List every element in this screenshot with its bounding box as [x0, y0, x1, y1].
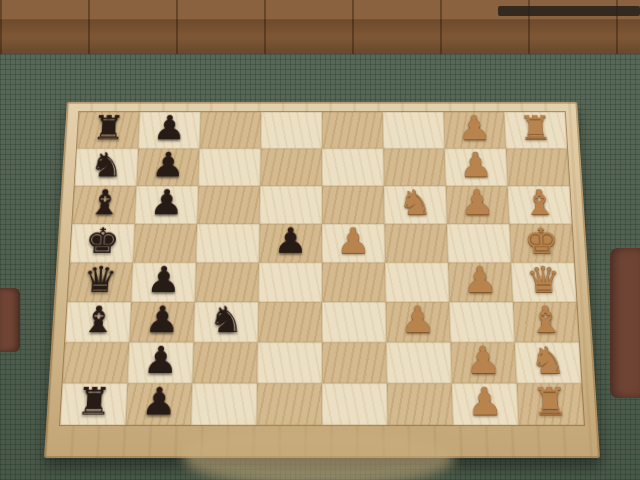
black-pawn[interactable]: ♟	[273, 223, 307, 258]
square-e3[interactable]	[384, 224, 448, 263]
black-pawn[interactable]: ♟	[152, 111, 186, 144]
black-pawn[interactable]: ♟	[151, 148, 186, 182]
black-king[interactable]: ♚	[85, 223, 121, 258]
white-queen[interactable]: ♛	[525, 262, 561, 298]
square-g6[interactable]	[198, 149, 260, 186]
square-c7[interactable]: ♟	[129, 302, 194, 342]
square-h8[interactable]: ♜	[77, 112, 140, 149]
square-b6[interactable]	[192, 342, 257, 383]
square-f6[interactable]	[197, 186, 260, 224]
black-pawn[interactable]: ♟	[149, 185, 184, 220]
square-g4[interactable]	[322, 149, 384, 186]
chess-board-frame: ♜♟♟♜♞♟♟♝♟♞♟♝♚♟♟♚♛♟♟♛♝♟♞♟♝♟♟♞♜♟♟♜	[44, 102, 600, 458]
square-e2[interactable]	[447, 224, 511, 263]
table-edge-shadow	[498, 6, 640, 16]
black-bishop[interactable]: ♝	[87, 185, 123, 220]
square-c8[interactable]: ♝	[65, 302, 131, 342]
white-bishop[interactable]: ♝	[527, 301, 564, 338]
square-d4[interactable]	[322, 263, 386, 302]
square-a4[interactable]	[322, 383, 387, 425]
square-h5[interactable]	[261, 112, 322, 149]
white-pawn[interactable]: ♟	[462, 262, 498, 298]
square-b1[interactable]: ♞	[515, 342, 582, 383]
square-h3[interactable]	[383, 112, 445, 149]
white-bishop[interactable]: ♝	[522, 185, 558, 220]
square-b8[interactable]	[63, 342, 130, 383]
square-c5[interactable]	[258, 302, 322, 342]
black-rook[interactable]: ♜	[91, 111, 126, 144]
white-pawn[interactable]: ♟	[459, 148, 494, 182]
black-pawn[interactable]: ♟	[146, 262, 182, 298]
square-a1[interactable]: ♜	[517, 383, 584, 425]
square-a3[interactable]	[387, 383, 453, 425]
white-pawn[interactable]: ♟	[457, 111, 491, 144]
square-h2[interactable]: ♟	[443, 112, 505, 149]
square-f2[interactable]: ♟	[446, 186, 510, 224]
square-d6[interactable]	[195, 263, 259, 302]
black-pawn[interactable]: ♟	[144, 301, 180, 338]
white-rook[interactable]: ♜	[518, 111, 553, 144]
square-f1[interactable]: ♝	[508, 186, 572, 224]
white-pawn[interactable]: ♟	[465, 341, 501, 378]
black-pawn[interactable]: ♟	[141, 382, 178, 420]
white-pawn[interactable]: ♟	[400, 301, 436, 338]
square-h4[interactable]	[322, 112, 383, 149]
square-f4[interactable]	[322, 186, 384, 224]
square-b7[interactable]: ♟	[127, 342, 193, 383]
black-queen[interactable]: ♛	[82, 262, 118, 298]
square-e7[interactable]	[133, 224, 197, 263]
square-g2[interactable]: ♟	[445, 149, 508, 186]
square-e4[interactable]: ♟	[322, 224, 385, 263]
square-b4[interactable]	[322, 342, 387, 383]
square-c3[interactable]: ♟	[386, 302, 451, 342]
square-f5[interactable]	[260, 186, 322, 224]
square-h6[interactable]	[199, 112, 261, 149]
square-h7[interactable]: ♟	[138, 112, 200, 149]
square-d2[interactable]: ♟	[448, 263, 513, 302]
square-c4[interactable]	[322, 302, 386, 342]
square-a6[interactable]	[191, 383, 257, 425]
black-bishop[interactable]: ♝	[80, 301, 117, 338]
white-pawn[interactable]: ♟	[460, 185, 495, 220]
square-f3[interactable]: ♞	[384, 186, 447, 224]
square-d1[interactable]: ♛	[511, 263, 576, 302]
black-rook[interactable]: ♜	[75, 382, 112, 420]
white-king[interactable]: ♚	[524, 223, 560, 258]
chair-edge-right	[610, 248, 640, 398]
square-e6[interactable]	[196, 224, 260, 263]
square-d8[interactable]: ♛	[68, 263, 133, 302]
square-a7[interactable]: ♟	[126, 383, 193, 425]
square-d5[interactable]	[258, 263, 322, 302]
square-g8[interactable]: ♞	[75, 149, 139, 186]
chess-board-wrap: ♜♟♟♜♞♟♟♝♟♞♟♝♚♟♟♚♛♟♟♛♝♟♞♟♝♟♟♞♜♟♟♜	[44, 102, 600, 458]
square-a8[interactable]: ♜	[60, 383, 127, 425]
square-f8[interactable]: ♝	[72, 186, 136, 224]
square-g1[interactable]	[506, 149, 570, 186]
photo-scene: ♜♟♟♜♞♟♟♝♟♞♟♝♚♟♟♚♛♟♟♛♝♟♞♟♝♟♟♞♜♟♟♜	[0, 0, 640, 480]
square-g7[interactable]: ♟	[136, 149, 199, 186]
chair-edge-left	[0, 288, 20, 352]
black-knight[interactable]: ♞	[208, 301, 244, 338]
white-rook[interactable]: ♜	[531, 382, 568, 420]
square-h1[interactable]: ♜	[504, 112, 567, 149]
square-g5[interactable]	[260, 149, 322, 186]
square-e1[interactable]: ♚	[509, 224, 574, 263]
square-d7[interactable]: ♟	[131, 263, 196, 302]
square-f7[interactable]: ♟	[135, 186, 199, 224]
white-pawn[interactable]: ♟	[336, 223, 370, 258]
square-b2[interactable]: ♟	[450, 342, 516, 383]
square-a5[interactable]	[257, 383, 322, 425]
square-c2[interactable]	[449, 302, 514, 342]
square-d3[interactable]	[385, 263, 449, 302]
square-c1[interactable]: ♝	[513, 302, 579, 342]
square-b3[interactable]	[386, 342, 451, 383]
square-g3[interactable]	[383, 149, 445, 186]
white-knight[interactable]: ♞	[398, 185, 433, 220]
square-e5[interactable]: ♟	[259, 224, 322, 263]
white-knight[interactable]: ♞	[529, 341, 566, 378]
square-a2[interactable]: ♟	[452, 383, 519, 425]
white-pawn[interactable]: ♟	[466, 382, 503, 420]
black-pawn[interactable]: ♟	[142, 341, 178, 378]
square-b5[interactable]	[257, 342, 322, 383]
chess-board: ♜♟♟♜♞♟♟♝♟♞♟♝♚♟♟♚♛♟♟♛♝♟♞♟♝♟♟♞♜♟♟♜	[60, 112, 584, 425]
square-c6[interactable]: ♞	[194, 302, 259, 342]
black-knight[interactable]: ♞	[89, 148, 124, 182]
square-e8[interactable]: ♚	[70, 224, 135, 263]
